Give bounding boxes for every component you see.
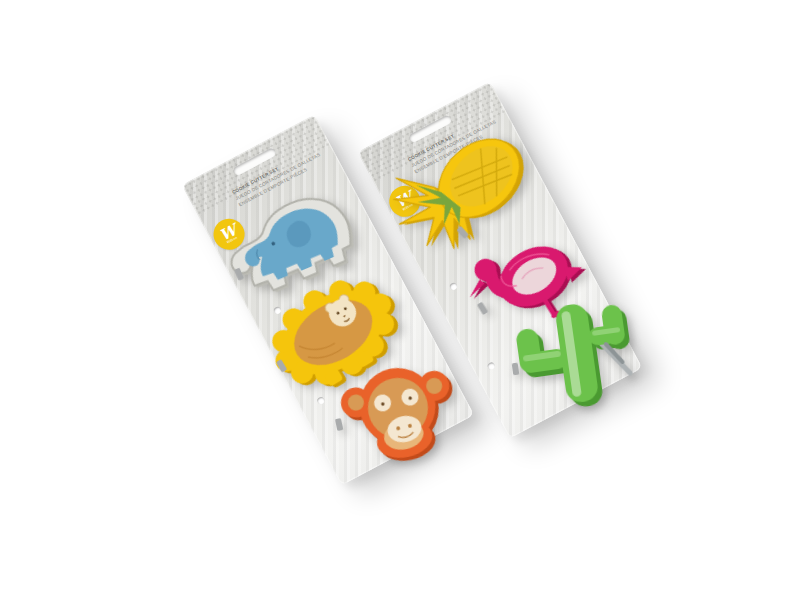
cactus-cutter — [495, 289, 651, 420]
metal-clip — [512, 363, 520, 376]
product-photo-scene: W Wilton COOKIE CUTTER SET JUEGO DE CORT… — [0, 0, 800, 600]
metal-clip — [477, 302, 488, 315]
metal-clip — [335, 418, 343, 431]
